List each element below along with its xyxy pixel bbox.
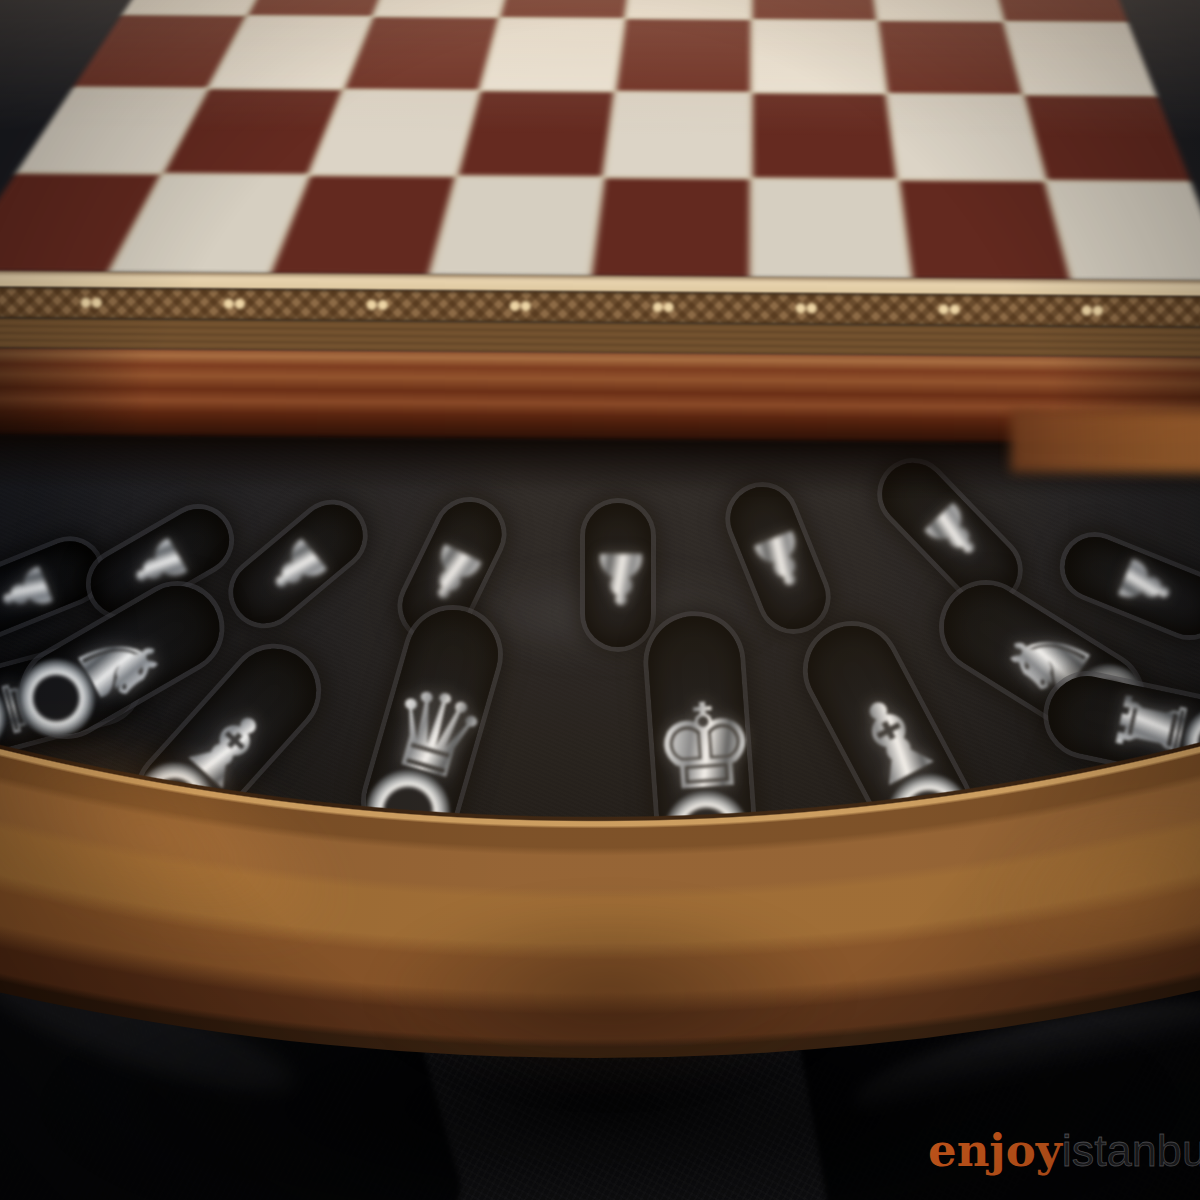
- square: [752, 179, 908, 279]
- focus-haze: [0, 0, 1200, 140]
- mosaic-dot-motif: [509, 299, 533, 313]
- watermark-brand-primary: enjoy: [928, 1124, 1062, 1177]
- square: [1047, 182, 1200, 282]
- mosaic-dot-motif: [652, 300, 676, 314]
- mosaic-dot-motif: [223, 297, 247, 311]
- chessboard: [0, 0, 1200, 283]
- mosaic-dot-motif: [1081, 303, 1105, 317]
- square: [592, 178, 749, 278]
- watermark: enjoyistanbul: [928, 1124, 1200, 1177]
- background-wood-patch: [1010, 410, 1200, 474]
- watermark-brand-secondary: istanbul: [1062, 1125, 1200, 1176]
- mosaic-dot-motif: [795, 301, 819, 315]
- square: [900, 180, 1070, 280]
- chessboard-unit: [0, 0, 1200, 1200]
- square: [431, 177, 601, 277]
- mosaic-dot-motif: [80, 296, 104, 310]
- mosaic-dot-motif: [366, 298, 390, 312]
- mosaic-dot-motif: [938, 302, 962, 316]
